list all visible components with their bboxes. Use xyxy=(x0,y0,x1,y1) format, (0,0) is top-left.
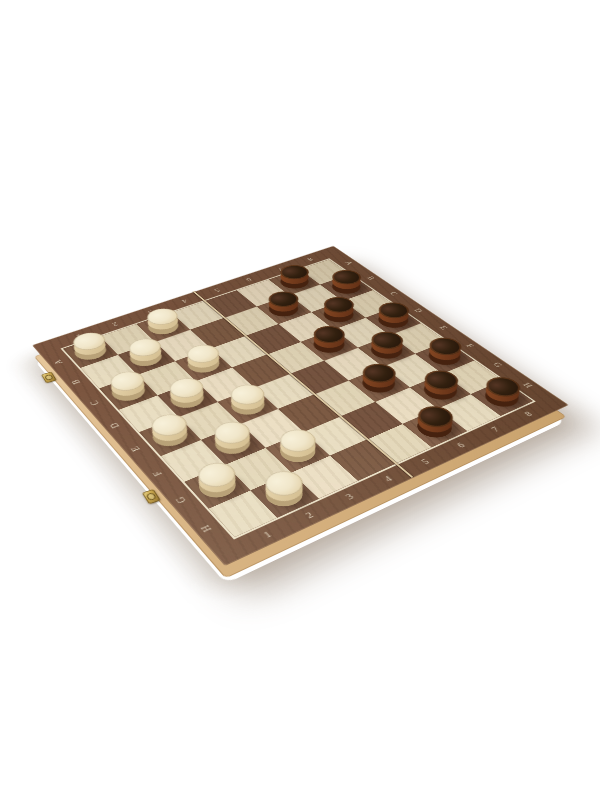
file-label-7-bottom: 7 xyxy=(490,426,501,433)
file-label-2-top: 2 xyxy=(111,321,119,327)
checker-light-C3[interactable] xyxy=(181,351,224,376)
checker-dark-F6[interactable] xyxy=(356,370,402,396)
file-label-5-bottom: 5 xyxy=(420,458,431,466)
file-label-6-bottom: 6 xyxy=(456,442,467,450)
file-label-3-bottom: 3 xyxy=(344,493,356,502)
rank-label-E-left: E xyxy=(129,445,142,452)
rank-label-G-right: G xyxy=(491,362,503,368)
rank-label-E-right: E xyxy=(438,325,449,330)
checker-light-A3[interactable] xyxy=(143,315,184,337)
rank-label-A-left: A xyxy=(53,359,65,365)
rank-label-F-right: F xyxy=(464,343,475,348)
rank-label-H-right: H xyxy=(521,382,534,389)
file-label-6-top: 6 xyxy=(245,277,253,282)
checker-light-A1[interactable] xyxy=(70,339,112,363)
file-label-8-bottom: 8 xyxy=(523,411,534,418)
rank-label-H-left: H xyxy=(199,523,214,533)
checker-light-D2[interactable] xyxy=(165,384,210,411)
rank-label-G-left: G xyxy=(174,496,188,505)
rank-label-F-left: F xyxy=(151,470,164,477)
rank-label-B-left: B xyxy=(70,379,82,386)
file-label-4-top: 4 xyxy=(180,298,188,303)
checker-light-B2[interactable] xyxy=(125,345,168,369)
rank-label-D-right: D xyxy=(412,308,423,314)
squares-grid xyxy=(60,258,535,539)
file-label-8-top: 8 xyxy=(306,257,314,262)
product-photo-stage: AABBCCDDEEFFGGHH1122334455667788 xyxy=(0,0,600,800)
checker-light-E3[interactable] xyxy=(225,391,271,419)
file-label-2-bottom: 2 xyxy=(304,511,316,520)
rank-label-D-left: D xyxy=(108,421,121,429)
rank-label-A-right: A xyxy=(343,261,354,266)
file-label-4-bottom: 4 xyxy=(383,475,395,483)
file-label-1-bottom: 1 xyxy=(262,530,274,539)
file-label-5-top: 5 xyxy=(213,288,221,293)
rank-label-B-right: B xyxy=(365,276,376,281)
board-surface: AABBCCDDEEFFGGHH1122334455667788 xyxy=(32,246,569,566)
checker-light-H2[interactable] xyxy=(259,477,310,511)
rank-label-C-left: C xyxy=(89,400,101,407)
rank-label-C-right: C xyxy=(388,291,399,296)
